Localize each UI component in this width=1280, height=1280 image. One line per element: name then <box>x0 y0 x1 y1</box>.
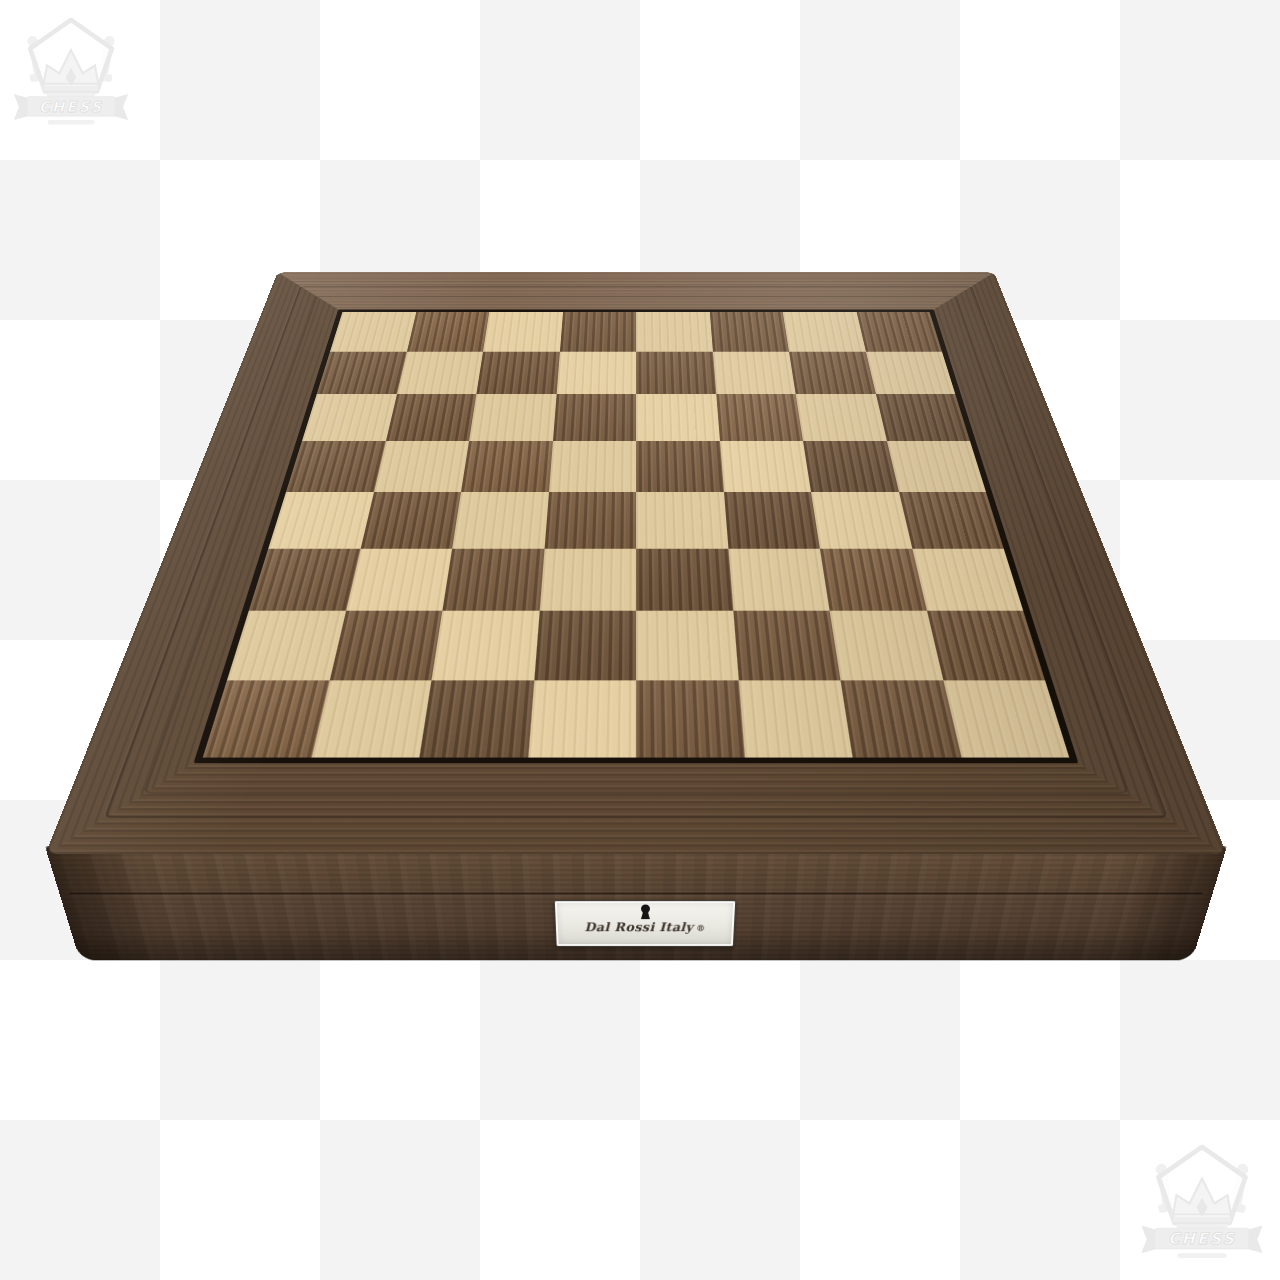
square <box>360 492 461 548</box>
square <box>302 394 396 441</box>
square <box>452 492 548 548</box>
square <box>636 394 719 441</box>
square <box>397 351 484 394</box>
square <box>865 351 955 394</box>
square <box>943 680 1070 758</box>
square <box>738 680 852 758</box>
square <box>803 441 899 492</box>
square <box>407 312 490 351</box>
square <box>461 441 553 492</box>
square <box>636 680 744 758</box>
square <box>556 351 636 394</box>
square <box>549 441 637 492</box>
square <box>330 312 416 351</box>
board-fillet <box>194 309 1079 763</box>
square <box>317 351 407 394</box>
square <box>528 680 636 758</box>
square <box>560 312 636 351</box>
square <box>830 611 943 680</box>
square <box>636 548 733 610</box>
square <box>733 611 841 680</box>
square <box>709 312 789 351</box>
product-photo-scene: CHESS Dal Rossi Italy® <box>0 0 1280 1280</box>
square <box>636 351 716 394</box>
square <box>534 611 636 680</box>
square <box>840 680 960 758</box>
square <box>432 611 540 680</box>
square <box>553 394 636 441</box>
square <box>442 548 544 610</box>
square <box>386 394 477 441</box>
board-grid <box>203 312 1070 757</box>
square <box>716 394 803 441</box>
square <box>636 492 728 548</box>
square <box>249 548 360 610</box>
square <box>286 441 386 492</box>
square <box>311 680 431 758</box>
square <box>544 492 636 548</box>
square <box>875 394 969 441</box>
square <box>483 312 563 351</box>
square <box>728 548 830 610</box>
square <box>374 441 470 492</box>
square <box>926 611 1045 680</box>
square <box>346 548 453 610</box>
square <box>227 611 346 680</box>
square <box>820 548 927 610</box>
square <box>636 611 738 680</box>
chess-board <box>45 272 1226 854</box>
square <box>329 611 442 680</box>
square <box>469 394 556 441</box>
square <box>811 492 912 548</box>
square <box>856 312 942 351</box>
square <box>636 312 712 351</box>
square <box>886 441 986 492</box>
square <box>783 312 866 351</box>
square <box>796 394 887 441</box>
square <box>203 680 330 758</box>
square <box>539 548 636 610</box>
square <box>912 548 1023 610</box>
square <box>636 441 724 492</box>
square <box>476 351 559 394</box>
square <box>719 441 811 492</box>
square <box>268 492 373 548</box>
square <box>712 351 795 394</box>
square <box>899 492 1004 548</box>
square <box>419 680 533 758</box>
square <box>789 351 876 394</box>
board-3d-wrapper <box>0 0 1280 1280</box>
square <box>724 492 820 548</box>
